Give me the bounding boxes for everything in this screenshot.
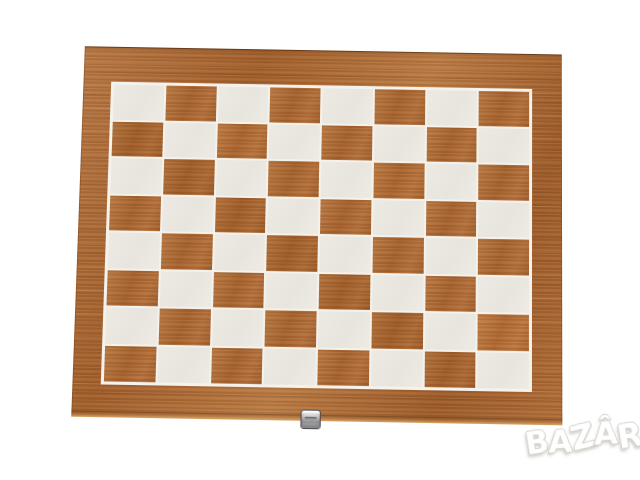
square-d8[interactable] xyxy=(270,87,321,123)
square-h3[interactable] xyxy=(478,276,529,313)
square-c2[interactable] xyxy=(212,309,264,346)
square-c3[interactable] xyxy=(213,272,265,309)
square-g2[interactable] xyxy=(424,313,475,350)
square-c4[interactable] xyxy=(214,234,266,270)
square-b8[interactable] xyxy=(165,86,216,121)
square-g5[interactable] xyxy=(425,201,476,237)
square-h2[interactable] xyxy=(478,314,529,351)
square-b1[interactable] xyxy=(157,346,209,383)
square-d6[interactable] xyxy=(268,161,319,197)
square-b7[interactable] xyxy=(164,122,215,158)
square-b2[interactable] xyxy=(158,308,210,345)
square-e1[interactable] xyxy=(317,349,369,386)
square-b5[interactable] xyxy=(162,196,214,232)
watermark-letter: B xyxy=(523,425,550,459)
square-h6[interactable] xyxy=(478,164,529,200)
square-c1[interactable] xyxy=(211,347,263,384)
square-d2[interactable] xyxy=(265,310,317,347)
square-e3[interactable] xyxy=(319,273,371,310)
square-d5[interactable] xyxy=(267,198,318,234)
clasp-slot xyxy=(305,417,317,420)
square-c6[interactable] xyxy=(215,160,266,196)
square-b6[interactable] xyxy=(163,159,214,195)
square-d4[interactable] xyxy=(266,235,318,271)
square-f7[interactable] xyxy=(374,126,425,162)
square-h5[interactable] xyxy=(478,201,529,237)
board-grid xyxy=(101,82,532,392)
square-h8[interactable] xyxy=(479,91,529,127)
square-d3[interactable] xyxy=(266,273,318,310)
watermark-letter: R xyxy=(614,417,640,454)
square-e5[interactable] xyxy=(320,199,371,235)
photo-canvas: BAZÂR xyxy=(0,0,640,480)
square-a4[interactable] xyxy=(108,232,160,268)
square-h1[interactable] xyxy=(478,352,529,389)
square-f5[interactable] xyxy=(373,200,424,236)
square-a2[interactable] xyxy=(105,307,157,344)
square-a5[interactable] xyxy=(109,195,161,231)
square-c7[interactable] xyxy=(216,123,267,159)
square-e4[interactable] xyxy=(319,236,370,272)
square-a6[interactable] xyxy=(110,158,162,194)
square-e6[interactable] xyxy=(321,162,372,198)
square-g7[interactable] xyxy=(426,127,477,163)
square-e7[interactable] xyxy=(321,125,372,161)
square-c5[interactable] xyxy=(215,197,267,233)
square-f2[interactable] xyxy=(371,312,423,349)
square-e2[interactable] xyxy=(318,311,370,348)
square-c8[interactable] xyxy=(217,86,268,122)
square-g3[interactable] xyxy=(425,275,476,312)
watermark-logo: BAZÂR xyxy=(524,416,640,459)
watermark-letter: A xyxy=(547,426,571,458)
watermark-letter: Â xyxy=(593,417,618,449)
square-g8[interactable] xyxy=(427,90,477,126)
square-d1[interactable] xyxy=(264,348,316,385)
chess-board-box xyxy=(71,46,562,425)
square-g6[interactable] xyxy=(426,164,477,200)
clasp-latch-icon xyxy=(300,409,321,429)
square-g1[interactable] xyxy=(424,351,476,388)
square-a7[interactable] xyxy=(112,121,163,157)
square-a8[interactable] xyxy=(113,85,164,120)
square-b4[interactable] xyxy=(161,233,213,269)
square-b3[interactable] xyxy=(160,271,212,308)
square-a1[interactable] xyxy=(104,345,156,382)
square-f8[interactable] xyxy=(374,89,425,125)
square-h4[interactable] xyxy=(478,239,529,275)
square-h7[interactable] xyxy=(479,128,530,164)
square-f6[interactable] xyxy=(373,163,424,199)
square-f3[interactable] xyxy=(372,274,423,311)
square-f4[interactable] xyxy=(372,237,423,273)
square-d7[interactable] xyxy=(269,124,320,160)
square-f1[interactable] xyxy=(371,350,423,387)
square-a3[interactable] xyxy=(106,270,158,307)
square-e8[interactable] xyxy=(322,88,373,124)
square-g4[interactable] xyxy=(425,238,476,274)
